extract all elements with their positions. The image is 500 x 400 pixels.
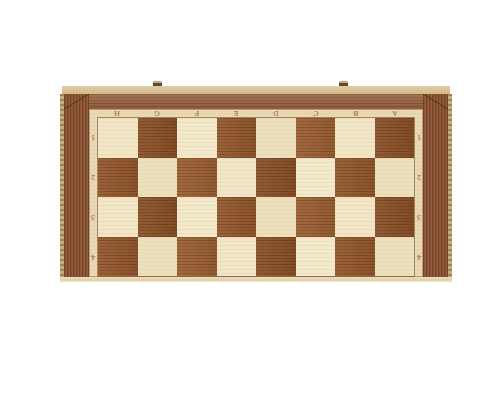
file-labels: HGFEDCBA <box>97 109 415 117</box>
square-a3[interactable] <box>375 197 415 237</box>
square-g1[interactable] <box>138 118 178 158</box>
rank-label-left-2: 2 <box>89 157 97 197</box>
rank-label-left-1: 1 <box>89 117 97 157</box>
square-e1[interactable] <box>217 118 257 158</box>
square-b4[interactable] <box>335 237 375 277</box>
square-d3[interactable] <box>256 197 296 237</box>
rank-label-right-2: 2 <box>415 157 423 197</box>
square-e3[interactable] <box>217 197 257 237</box>
rank-labels-right: 1234 <box>415 117 423 277</box>
plywood-edge-right <box>448 94 452 277</box>
square-f2[interactable] <box>177 158 217 198</box>
square-f4[interactable] <box>177 237 217 277</box>
folded-rear-edge <box>62 86 450 94</box>
square-a4[interactable] <box>375 237 415 277</box>
square-c2[interactable] <box>296 158 336 198</box>
square-g4[interactable] <box>138 237 178 277</box>
file-label-d: D <box>256 109 296 117</box>
file-label-h: H <box>97 109 137 117</box>
rank-label-right-1: 1 <box>415 117 423 157</box>
rank-label-left-3: 3 <box>89 197 97 237</box>
file-label-b: B <box>336 109 376 117</box>
frame-miter-top-left <box>64 94 89 109</box>
file-label-g: G <box>137 109 177 117</box>
board-frame-top <box>64 94 448 109</box>
square-c1[interactable] <box>296 118 336 158</box>
square-d1[interactable] <box>256 118 296 158</box>
chess-board: HGFEDCBA 1234 1234 <box>60 94 452 282</box>
square-c4[interactable] <box>296 237 336 277</box>
file-label-f: F <box>177 109 217 117</box>
file-label-e: E <box>216 109 256 117</box>
rank-label-left-4: 4 <box>89 237 97 277</box>
file-label-a: A <box>375 109 415 117</box>
square-h1[interactable] <box>98 118 138 158</box>
board-frame-left <box>64 94 89 277</box>
square-d2[interactable] <box>256 158 296 198</box>
square-f3[interactable] <box>177 197 217 237</box>
file-label-c: C <box>296 109 336 117</box>
frame-miter-top-right <box>423 94 448 109</box>
square-b3[interactable] <box>335 197 375 237</box>
square-h4[interactable] <box>98 237 138 277</box>
rank-labels-left: 1234 <box>89 117 97 277</box>
square-b2[interactable] <box>335 158 375 198</box>
coordinate-band: HGFEDCBA 1234 1234 <box>89 109 423 277</box>
square-d4[interactable] <box>256 237 296 277</box>
square-b1[interactable] <box>335 118 375 158</box>
rank-label-right-3: 3 <box>415 197 423 237</box>
square-f1[interactable] <box>177 118 217 158</box>
square-g2[interactable] <box>138 158 178 198</box>
square-a1[interactable] <box>375 118 415 158</box>
fold-seam-lip <box>60 277 452 282</box>
square-e4[interactable] <box>217 237 257 277</box>
squares-grid <box>97 117 415 277</box>
square-g3[interactable] <box>138 197 178 237</box>
rank-label-right-4: 4 <box>415 237 423 277</box>
board-frame-right <box>423 94 448 277</box>
square-h2[interactable] <box>98 158 138 198</box>
product-photo: HGFEDCBA 1234 1234 <box>0 0 500 400</box>
square-e2[interactable] <box>217 158 257 198</box>
square-c3[interactable] <box>296 197 336 237</box>
square-a2[interactable] <box>375 158 415 198</box>
square-h3[interactable] <box>98 197 138 237</box>
